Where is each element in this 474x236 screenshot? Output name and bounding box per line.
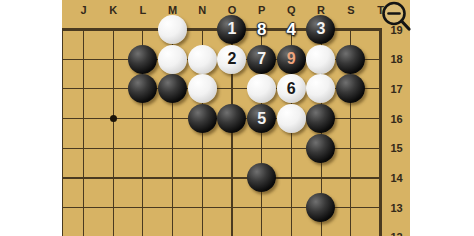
black-stone-M17 bbox=[158, 74, 187, 103]
zoom-out-icon[interactable] bbox=[379, 0, 413, 34]
board-point-L12[interactable] bbox=[128, 222, 158, 236]
black-stone-L17 bbox=[128, 74, 157, 103]
white-stone-Q17: 6 bbox=[277, 74, 306, 103]
black-stone-R19: 3 bbox=[306, 15, 335, 44]
board-point-P17[interactable] bbox=[247, 74, 277, 104]
move-number: 1 bbox=[227, 21, 236, 37]
board-point-K16[interactable] bbox=[98, 104, 128, 134]
board-point-Q13[interactable] bbox=[276, 193, 306, 223]
board-point-S13[interactable] bbox=[336, 193, 366, 223]
captured-move-marker-P19: 8 bbox=[247, 15, 277, 45]
board-point-N16[interactable] bbox=[187, 104, 217, 134]
board-point-M17[interactable] bbox=[158, 74, 188, 104]
board-point-S12[interactable] bbox=[336, 222, 366, 236]
white-stone-R18 bbox=[306, 45, 335, 74]
board-point-M16[interactable] bbox=[158, 104, 188, 134]
board-point-L14[interactable] bbox=[128, 163, 158, 193]
board-point-N15[interactable] bbox=[187, 133, 217, 163]
board-point-J12[interactable] bbox=[69, 222, 99, 236]
board-point-T18[interactable] bbox=[366, 44, 396, 74]
board-point-R14[interactable] bbox=[306, 163, 336, 193]
board-point-O16[interactable] bbox=[217, 104, 247, 134]
black-stone-R13 bbox=[306, 193, 335, 222]
board-point-Q14[interactable] bbox=[276, 163, 306, 193]
board-point-L16[interactable] bbox=[128, 104, 158, 134]
board-point-J13[interactable] bbox=[69, 193, 99, 223]
board-point-S14[interactable] bbox=[336, 163, 366, 193]
white-stone-N17 bbox=[188, 74, 217, 103]
board-point-O14[interactable] bbox=[217, 163, 247, 193]
board-point-Q12[interactable] bbox=[276, 222, 306, 236]
board-point-N14[interactable] bbox=[187, 163, 217, 193]
board-point-M14[interactable] bbox=[158, 163, 188, 193]
board-point-R16[interactable] bbox=[306, 104, 336, 134]
board-point-K12[interactable] bbox=[98, 222, 128, 236]
board-point-S18[interactable] bbox=[336, 44, 366, 74]
board-point-J14[interactable] bbox=[69, 163, 99, 193]
board-point-N12[interactable] bbox=[187, 222, 217, 236]
board-point-P19[interactable]: 8 bbox=[247, 15, 277, 45]
white-stone-O18: 2 bbox=[217, 45, 246, 74]
board-point-K18[interactable] bbox=[98, 44, 128, 74]
white-stone-M18 bbox=[158, 45, 187, 74]
board-point-N17[interactable] bbox=[187, 74, 217, 104]
black-stone-O16 bbox=[217, 104, 246, 133]
move-number: 7 bbox=[257, 51, 266, 67]
board-point-R19[interactable]: 3 bbox=[306, 15, 336, 45]
board-point-R13[interactable] bbox=[306, 193, 336, 223]
white-stone-N18 bbox=[188, 45, 217, 74]
board-point-T16[interactable] bbox=[366, 104, 396, 134]
move-number: 9 bbox=[287, 51, 296, 67]
black-stone-S18 bbox=[336, 45, 365, 74]
board-point-J17[interactable] bbox=[69, 74, 99, 104]
board-point-L18[interactable] bbox=[128, 44, 158, 74]
board-point-R15[interactable] bbox=[306, 133, 336, 163]
board-point-O15[interactable] bbox=[217, 133, 247, 163]
board-point-K15[interactable] bbox=[98, 133, 128, 163]
black-stone-L18 bbox=[128, 45, 157, 74]
black-stone-P16: 5 bbox=[247, 104, 276, 133]
move-number: 5 bbox=[257, 111, 266, 127]
board-point-K13[interactable] bbox=[98, 193, 128, 223]
board-point-M19[interactable] bbox=[158, 15, 188, 45]
board-point-N19[interactable] bbox=[187, 15, 217, 45]
board-point-S19[interactable] bbox=[336, 15, 366, 45]
board-point-K19[interactable] bbox=[98, 15, 128, 45]
board-point-O17[interactable] bbox=[217, 74, 247, 104]
board-point-M18[interactable] bbox=[158, 44, 188, 74]
board-point-O19[interactable]: 1 bbox=[217, 15, 247, 45]
board-point-N18[interactable] bbox=[187, 44, 217, 74]
black-stone-S17 bbox=[336, 74, 365, 103]
board-point-M12[interactable] bbox=[158, 222, 188, 236]
board-point-S16[interactable] bbox=[336, 104, 366, 134]
board-point-P18[interactable]: 7 bbox=[247, 44, 277, 74]
board-point-T15[interactable] bbox=[366, 133, 396, 163]
board-point-P14[interactable] bbox=[247, 163, 277, 193]
board-point-J15[interactable] bbox=[69, 133, 99, 163]
board-point-Q15[interactable] bbox=[276, 133, 306, 163]
board-point-Q19[interactable]: 4 bbox=[276, 15, 306, 45]
board-point-Q16[interactable] bbox=[276, 104, 306, 134]
board-point-J19[interactable] bbox=[69, 15, 99, 45]
white-stone-P17 bbox=[247, 74, 276, 103]
board-point-T12[interactable] bbox=[366, 222, 396, 236]
go-board-grid: 184327965 bbox=[69, 15, 396, 236]
black-stone-R16 bbox=[306, 104, 335, 133]
star-point-K16 bbox=[110, 115, 117, 122]
black-stone-P14 bbox=[247, 163, 276, 192]
board-point-R17[interactable] bbox=[306, 74, 336, 104]
white-stone-M19 bbox=[158, 15, 187, 44]
board-point-L13[interactable] bbox=[128, 193, 158, 223]
board-point-Q18[interactable]: 9 bbox=[276, 44, 306, 74]
board-point-T17[interactable] bbox=[366, 74, 396, 104]
board-point-L19[interactable] bbox=[128, 15, 158, 45]
board-point-K14[interactable] bbox=[98, 163, 128, 193]
board-point-O18[interactable]: 2 bbox=[217, 44, 247, 74]
white-stone-R17 bbox=[306, 74, 335, 103]
board-point-S17[interactable] bbox=[336, 74, 366, 104]
board-point-O12[interactable] bbox=[217, 222, 247, 236]
black-stone-P18: 7 bbox=[247, 45, 276, 74]
board-point-J18[interactable] bbox=[69, 44, 99, 74]
black-stone-R15 bbox=[306, 134, 335, 163]
go-board-screen: JKLMNOPQRST1918171615141312 184327965 bbox=[0, 0, 474, 236]
board-point-P16[interactable]: 5 bbox=[247, 104, 277, 134]
black-stone-N16 bbox=[188, 104, 217, 133]
captured-move-marker-Q19: 4 bbox=[276, 15, 306, 45]
board-point-Q17[interactable]: 6 bbox=[276, 74, 306, 104]
black-stone-Q18: 9 bbox=[277, 45, 306, 74]
board-point-R12[interactable] bbox=[306, 222, 336, 236]
white-stone-Q16 bbox=[277, 104, 306, 133]
board-point-K17[interactable] bbox=[98, 74, 128, 104]
board-point-P12[interactable] bbox=[247, 222, 277, 236]
board-point-L17[interactable] bbox=[128, 74, 158, 104]
board-point-M13[interactable] bbox=[158, 193, 188, 223]
black-stone-O19: 1 bbox=[217, 15, 246, 44]
board-point-T13[interactable] bbox=[366, 193, 396, 223]
board-point-J16[interactable] bbox=[69, 104, 99, 134]
board-point-R18[interactable] bbox=[306, 44, 336, 74]
board-point-O13[interactable] bbox=[217, 193, 247, 223]
board-point-N13[interactable] bbox=[187, 193, 217, 223]
board-point-S15[interactable] bbox=[336, 133, 366, 163]
move-number: 3 bbox=[317, 21, 326, 37]
move-number: 2 bbox=[227, 51, 236, 67]
move-number: 6 bbox=[287, 81, 296, 97]
board-point-P13[interactable] bbox=[247, 193, 277, 223]
board-point-M15[interactable] bbox=[158, 133, 188, 163]
board-point-L15[interactable] bbox=[128, 133, 158, 163]
board-point-P15[interactable] bbox=[247, 133, 277, 163]
board-point-T14[interactable] bbox=[366, 163, 396, 193]
